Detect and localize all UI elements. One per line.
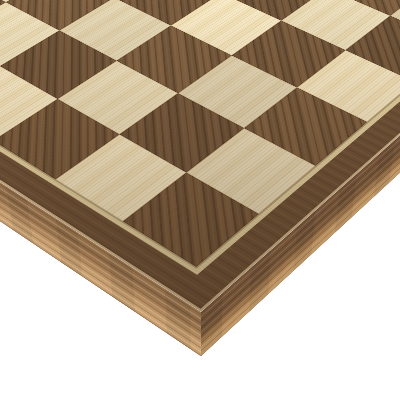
chessboard-product-photo xyxy=(0,0,400,400)
board-top-surface xyxy=(0,0,400,312)
chessboard xyxy=(0,0,400,312)
